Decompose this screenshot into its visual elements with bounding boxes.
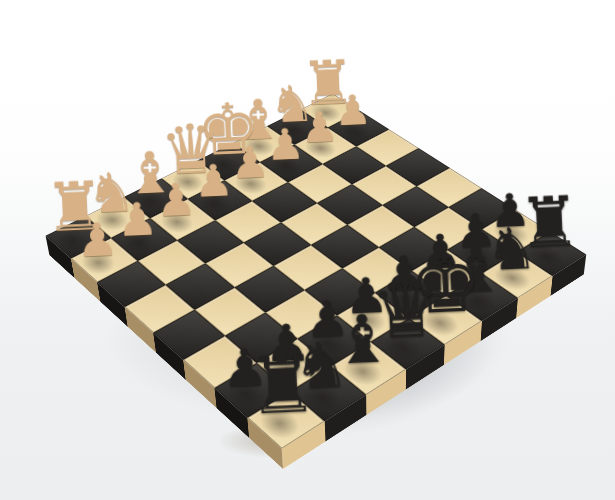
photo-canvas: ♜♟♟♜♞♟♟♞♝♟♟♝♛♟♟♛♚♟♟♚♝♟♟♝♞♟♟♞♜♟♟♜ [0,0,615,500]
piece-white-pawn-a2[interactable]: ♟ [72,215,122,263]
piece-black-rook-a8[interactable]: ♜ [246,346,305,427]
white-pawn-glyph: ♟ [72,215,122,263]
chess-board: ♜♟♟♜♞♟♟♞♝♟♟♝♛♟♟♛♚♟♟♚♝♟♟♝♞♟♟♞♜♟♟♜ [46,94,587,449]
scene: ♜♟♟♜♞♟♟♞♝♟♟♝♛♟♟♛♚♟♟♚♝♟♟♝♞♟♟♞♜♟♟♜ [0,0,615,500]
black-rook-glyph: ♜ [246,346,305,427]
